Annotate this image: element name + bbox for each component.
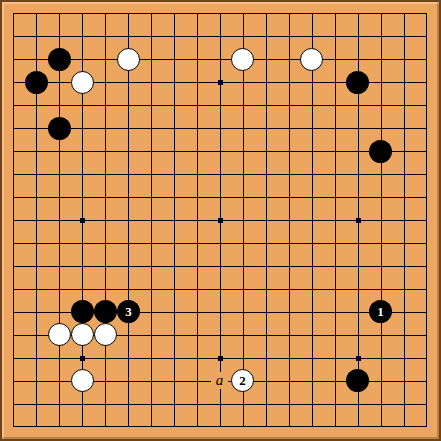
black-stone	[346, 71, 369, 94]
point-label-a: a	[211, 372, 228, 389]
star-point	[218, 80, 223, 85]
white-stone	[71, 369, 94, 392]
star-point	[356, 218, 361, 223]
star-point	[356, 356, 361, 361]
go-board-frame: a312	[0, 0, 441, 441]
grid-line-horizontal	[13, 289, 427, 290]
grid-line-vertical	[381, 13, 382, 427]
star-point	[218, 356, 223, 361]
white-stone	[94, 323, 117, 346]
black-stone	[346, 369, 369, 392]
move-number-label: 3	[125, 305, 132, 318]
white-stone	[71, 71, 94, 94]
black-stone	[94, 300, 117, 323]
grid-line-vertical	[266, 13, 267, 427]
black-stone	[48, 48, 71, 71]
grid-line-vertical	[312, 13, 313, 427]
white-stone	[300, 48, 323, 71]
move-number-label: 1	[377, 305, 384, 318]
grid-line-vertical	[335, 13, 336, 427]
black-stone: 3	[117, 300, 140, 323]
white-stone	[231, 48, 254, 71]
go-board: a312	[2, 2, 439, 439]
black-stone	[48, 117, 71, 140]
star-point	[80, 218, 85, 223]
black-stone	[25, 71, 48, 94]
move-number-label: 2	[239, 374, 246, 387]
black-stone	[369, 140, 392, 163]
star-point	[218, 218, 223, 223]
grid-line-horizontal	[13, 243, 427, 244]
grid-line-vertical	[289, 13, 290, 427]
grid-line-horizontal	[13, 404, 427, 405]
grid-line-horizontal	[13, 426, 427, 427]
grid-line-vertical	[243, 13, 244, 427]
black-stone	[71, 300, 94, 323]
grid-line-vertical	[426, 13, 427, 427]
grid-line-vertical	[404, 13, 405, 427]
white-stone: 2	[231, 369, 254, 392]
black-stone: 1	[369, 300, 392, 323]
white-stone	[117, 48, 140, 71]
star-point	[80, 356, 85, 361]
white-stone	[48, 323, 71, 346]
grid-line-horizontal	[13, 266, 427, 267]
white-stone	[71, 323, 94, 346]
